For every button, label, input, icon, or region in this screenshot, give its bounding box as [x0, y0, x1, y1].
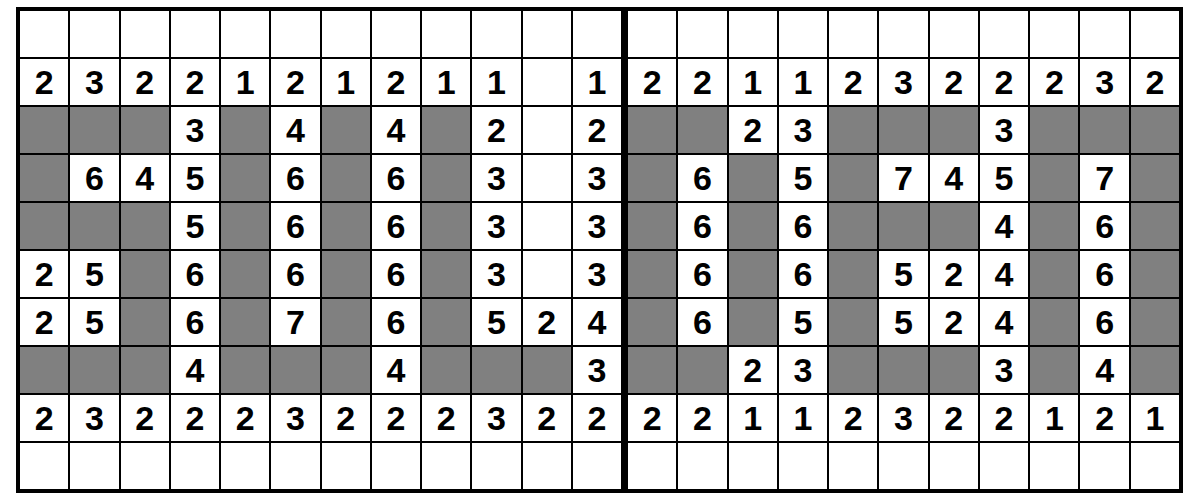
cell-r6c7-shaded[interactable] — [322, 251, 370, 297]
cell-r4c1-shaded[interactable] — [20, 155, 68, 201]
cell-r9c22-clue-2[interactable]: 2 — [1080, 395, 1128, 441]
section-divider-row5 — [623, 203, 626, 249]
cell-r10c10-empty[interactable] — [472, 443, 520, 489]
cell-r2c20-clue-2[interactable]: 2 — [980, 59, 1028, 105]
cell-r1c15-empty[interactable] — [729, 11, 777, 57]
cell-r3c10-clue-2[interactable]: 2 — [472, 107, 520, 153]
cell-r3c12-clue-2[interactable]: 2 — [573, 107, 621, 153]
cell-r5c5-shaded[interactable] — [221, 203, 269, 249]
cell-r2c13-clue-2[interactable]: 2 — [628, 59, 676, 105]
cell-r8c16-clue-3[interactable]: 3 — [779, 347, 827, 393]
cell-r9c14-clue-2[interactable]: 2 — [678, 395, 726, 441]
cell-r4c21-shaded[interactable] — [1030, 155, 1078, 201]
cell-r2c2-clue-3[interactable]: 3 — [70, 59, 118, 105]
cell-r2c15-clue-1[interactable]: 1 — [729, 59, 777, 105]
cell-r2c21-clue-2[interactable]: 2 — [1030, 59, 1078, 105]
cell-r9c23-clue-1[interactable]: 1 — [1131, 395, 1179, 441]
cell-r2c6-clue-2[interactable]: 2 — [271, 59, 319, 105]
cell-r3c13-shaded[interactable] — [628, 107, 676, 153]
cell-r10c9-empty[interactable] — [422, 443, 470, 489]
section-divider-row1 — [623, 11, 626, 57]
cell-r6c19-clue-2[interactable]: 2 — [930, 251, 978, 297]
cell-r1c7-empty[interactable] — [322, 11, 370, 57]
cell-r10c8-empty[interactable] — [372, 443, 420, 489]
cell-r5c22-clue-6[interactable]: 6 — [1080, 203, 1128, 249]
cell-r4c22-clue-7[interactable]: 7 — [1080, 155, 1128, 201]
cell-r5c17-shaded[interactable] — [829, 203, 877, 249]
cell-r5c15-shaded[interactable] — [729, 203, 777, 249]
cell-r10c22-empty[interactable] — [1080, 443, 1128, 489]
cell-r2c22-clue-3[interactable]: 3 — [1080, 59, 1128, 105]
cell-r8c8-clue-4[interactable]: 4 — [372, 347, 420, 393]
cell-r10c3-empty[interactable] — [121, 443, 169, 489]
cell-r2c11-empty[interactable] — [523, 59, 571, 105]
cell-r3c16-clue-3[interactable]: 3 — [779, 107, 827, 153]
cell-r4c6-clue-6[interactable]: 6 — [271, 155, 319, 201]
cell-r9c1-clue-2[interactable]: 2 — [20, 395, 68, 441]
cell-r1c16-empty[interactable] — [779, 11, 827, 57]
cell-r4c4-clue-5[interactable]: 5 — [171, 155, 219, 201]
cell-r4c2-clue-6[interactable]: 6 — [70, 155, 118, 201]
cell-r8c2-shaded[interactable] — [70, 347, 118, 393]
cell-r4c14-clue-6[interactable]: 6 — [678, 155, 726, 201]
cell-r9c7-clue-2[interactable]: 2 — [322, 395, 370, 441]
cell-r3c22-shaded[interactable] — [1080, 107, 1128, 153]
cell-r2c23-clue-2[interactable]: 2 — [1131, 59, 1179, 105]
cell-r8c17-shaded[interactable] — [829, 347, 877, 393]
cell-r6c17-shaded[interactable] — [829, 251, 877, 297]
cell-r4c9-shaded[interactable] — [422, 155, 470, 201]
cell-r8c11-shaded[interactable] — [523, 347, 571, 393]
cell-r6c14-clue-6[interactable]: 6 — [678, 251, 726, 297]
cell-r7c11-clue-2[interactable]: 2 — [523, 299, 571, 345]
cell-r10c5-empty[interactable] — [221, 443, 269, 489]
cell-r2c10-clue-1[interactable]: 1 — [472, 59, 520, 105]
cell-r4c11-empty[interactable] — [523, 155, 571, 201]
cell-r10c13-empty[interactable] — [628, 443, 676, 489]
cell-r8c20-clue-3[interactable]: 3 — [980, 347, 1028, 393]
cell-r1c11-empty[interactable] — [523, 11, 571, 57]
cell-r6c20-clue-4[interactable]: 4 — [980, 251, 1028, 297]
cell-r4c7-shaded[interactable] — [322, 155, 370, 201]
cell-r7c5-shaded[interactable] — [221, 299, 269, 345]
cell-r8c23-shaded[interactable] — [1131, 347, 1179, 393]
cell-r8c12-clue-3[interactable]: 3 — [573, 347, 621, 393]
cell-r3c3-shaded[interactable] — [121, 107, 169, 153]
cell-r4c19-clue-4[interactable]: 4 — [930, 155, 978, 201]
cell-r10c2-empty[interactable] — [70, 443, 118, 489]
cell-r5c7-shaded[interactable] — [322, 203, 370, 249]
cell-r4c18-clue-7[interactable]: 7 — [879, 155, 927, 201]
cell-r10c19-empty[interactable] — [930, 443, 978, 489]
cell-r8c9-shaded[interactable] — [422, 347, 470, 393]
cell-r10c23-empty[interactable] — [1131, 443, 1179, 489]
cell-r9c8-clue-2[interactable]: 2 — [372, 395, 420, 441]
cell-r7c4-clue-6[interactable]: 6 — [171, 299, 219, 345]
cell-r3c20-clue-3[interactable]: 3 — [980, 107, 1028, 153]
cell-r2c5-clue-1[interactable]: 1 — [221, 59, 269, 105]
cell-r9c12-clue-2[interactable]: 2 — [573, 395, 621, 441]
cell-r4c12-clue-3[interactable]: 3 — [573, 155, 621, 201]
cell-r8c4-clue-4[interactable]: 4 — [171, 347, 219, 393]
cell-r6c13-shaded[interactable] — [628, 251, 676, 297]
cell-r10c21-empty[interactable] — [1030, 443, 1078, 489]
cell-r9c10-clue-3[interactable]: 3 — [472, 395, 520, 441]
cell-r9c5-clue-2[interactable]: 2 — [221, 395, 269, 441]
cell-r8c14-shaded[interactable] — [678, 347, 726, 393]
cell-r7c3-shaded[interactable] — [121, 299, 169, 345]
cell-r2c7-clue-1[interactable]: 1 — [322, 59, 370, 105]
cell-r8c13-shaded[interactable] — [628, 347, 676, 393]
cell-r10c6-empty[interactable] — [271, 443, 319, 489]
cell-r1c8-empty[interactable] — [372, 11, 420, 57]
cell-r1c13-empty[interactable] — [628, 11, 676, 57]
cell-r10c17-empty[interactable] — [829, 443, 877, 489]
cell-r1c9-empty[interactable] — [422, 11, 470, 57]
cell-r2c12-clue-1[interactable]: 1 — [573, 59, 621, 105]
cell-r1c14-empty[interactable] — [678, 11, 726, 57]
cell-r3c2-shaded[interactable] — [70, 107, 118, 153]
cell-r10c16-empty[interactable] — [779, 443, 827, 489]
cell-r6c8-clue-6[interactable]: 6 — [372, 251, 420, 297]
cell-r7c8-clue-6[interactable]: 6 — [372, 299, 420, 345]
cell-r10c4-empty[interactable] — [171, 443, 219, 489]
cell-r10c20-empty[interactable] — [980, 443, 1028, 489]
cell-r7c9-shaded[interactable] — [422, 299, 470, 345]
cell-r5c20-clue-4[interactable]: 4 — [980, 203, 1028, 249]
cell-r6c15-shaded[interactable] — [729, 251, 777, 297]
cell-r6c23-shaded[interactable] — [1131, 251, 1179, 297]
cell-r1c21-empty[interactable] — [1030, 11, 1078, 57]
cell-r1c20-empty[interactable] — [980, 11, 1028, 57]
cell-r4c20-clue-5[interactable]: 5 — [980, 155, 1028, 201]
cell-r6c6-clue-6[interactable]: 6 — [271, 251, 319, 297]
cell-r6c1-clue-2[interactable]: 2 — [20, 251, 68, 297]
cell-r5c23-shaded[interactable] — [1131, 203, 1179, 249]
cell-r6c2-clue-5[interactable]: 5 — [70, 251, 118, 297]
cell-r2c8-clue-2[interactable]: 2 — [372, 59, 420, 105]
cell-r8c1-shaded[interactable] — [20, 347, 68, 393]
cell-r3c18-shaded[interactable] — [879, 107, 927, 153]
cell-r7c14-clue-6[interactable]: 6 — [678, 299, 726, 345]
cell-r4c10-clue-3[interactable]: 3 — [472, 155, 520, 201]
cell-r9c18-clue-3[interactable]: 3 — [879, 395, 927, 441]
cell-r8c18-shaded[interactable] — [879, 347, 927, 393]
cell-r6c3-shaded[interactable] — [121, 251, 169, 297]
cell-r8c6-shaded[interactable] — [271, 347, 319, 393]
cell-r1c4-empty[interactable] — [171, 11, 219, 57]
cell-r10c7-empty[interactable] — [322, 443, 370, 489]
section-divider-row7 — [623, 299, 626, 345]
cell-r7c1-clue-2[interactable]: 2 — [20, 299, 68, 345]
section-divider-row9 — [623, 395, 626, 441]
cell-r4c23-shaded[interactable] — [1131, 155, 1179, 201]
cell-r9c13-clue-2[interactable]: 2 — [628, 395, 676, 441]
cell-r9c11-clue-2[interactable]: 2 — [523, 395, 571, 441]
cell-r10c1-empty[interactable] — [20, 443, 68, 489]
cell-r4c15-shaded[interactable] — [729, 155, 777, 201]
cell-r8c22-clue-4[interactable]: 4 — [1080, 347, 1128, 393]
cell-r10c14-empty[interactable] — [678, 443, 726, 489]
cell-r5c21-shaded[interactable] — [1030, 203, 1078, 249]
cell-r1c19-empty[interactable] — [930, 11, 978, 57]
section-divider-row8 — [623, 347, 626, 393]
cell-r6c12-clue-3[interactable]: 3 — [573, 251, 621, 297]
cell-r7c15-shaded[interactable] — [729, 299, 777, 345]
cell-r7c20-clue-4[interactable]: 4 — [980, 299, 1028, 345]
cell-r7c22-clue-6[interactable]: 6 — [1080, 299, 1128, 345]
cell-r5c8-clue-6[interactable]: 6 — [372, 203, 420, 249]
section-divider-row4 — [623, 155, 626, 201]
cell-r10c11-empty[interactable] — [523, 443, 571, 489]
cell-r5c2-shaded[interactable] — [70, 203, 118, 249]
cell-r3c9-shaded[interactable] — [422, 107, 470, 153]
cell-r7c12-clue-4[interactable]: 4 — [573, 299, 621, 345]
cell-r3c15-clue-2[interactable]: 2 — [729, 107, 777, 153]
section-divider-row3 — [623, 107, 626, 153]
cell-r5c3-shaded[interactable] — [121, 203, 169, 249]
cell-r3c7-shaded[interactable] — [322, 107, 370, 153]
cell-r4c8-clue-6[interactable]: 6 — [372, 155, 420, 201]
cell-r5c10-clue-3[interactable]: 3 — [472, 203, 520, 249]
cell-r9c16-clue-1[interactable]: 1 — [779, 395, 827, 441]
cell-r6c5-shaded[interactable] — [221, 251, 269, 297]
cell-r1c12-empty[interactable] — [573, 11, 621, 57]
cell-r7c19-clue-2[interactable]: 2 — [930, 299, 978, 345]
cell-r6c11-empty[interactable] — [523, 251, 571, 297]
cell-r9c6-clue-3[interactable]: 3 — [271, 395, 319, 441]
cell-r2c9-clue-1[interactable]: 1 — [422, 59, 470, 105]
cell-r5c1-shaded[interactable] — [20, 203, 68, 249]
cell-r10c15-empty[interactable] — [729, 443, 777, 489]
puzzle-board: 2322121211122112322232344222336456633657… — [16, 7, 1183, 493]
cell-r9c20-clue-2[interactable]: 2 — [980, 395, 1028, 441]
cell-r3c19-shaded[interactable] — [930, 107, 978, 153]
cell-r10c18-empty[interactable] — [879, 443, 927, 489]
cell-r3c23-shaded[interactable] — [1131, 107, 1179, 153]
cell-r7c17-shaded[interactable] — [829, 299, 877, 345]
cell-r8c19-shaded[interactable] — [930, 347, 978, 393]
cell-r9c3-clue-2[interactable]: 2 — [121, 395, 169, 441]
cell-r2c16-clue-1[interactable]: 1 — [779, 59, 827, 105]
cell-r4c5-shaded[interactable] — [221, 155, 269, 201]
cell-r7c13-shaded[interactable] — [628, 299, 676, 345]
cell-r2c3-clue-2[interactable]: 2 — [121, 59, 169, 105]
cell-r9c4-clue-2[interactable]: 2 — [171, 395, 219, 441]
cell-r1c18-empty[interactable] — [879, 11, 927, 57]
cell-r5c13-shaded[interactable] — [628, 203, 676, 249]
cell-r6c18-clue-5[interactable]: 5 — [879, 251, 927, 297]
cell-r4c13-shaded[interactable] — [628, 155, 676, 201]
cell-r5c14-clue-6[interactable]: 6 — [678, 203, 726, 249]
cell-r2c1-clue-2[interactable]: 2 — [20, 59, 68, 105]
cell-r2c17-clue-2[interactable]: 2 — [829, 59, 877, 105]
cell-r2c4-clue-2[interactable]: 2 — [171, 59, 219, 105]
cell-r1c5-empty[interactable] — [221, 11, 269, 57]
cell-r9c2-clue-3[interactable]: 3 — [70, 395, 118, 441]
cell-r1c3-empty[interactable] — [121, 11, 169, 57]
cell-r5c18-shaded[interactable] — [879, 203, 927, 249]
section-divider-row10 — [623, 443, 626, 489]
cell-r10c12-empty[interactable] — [573, 443, 621, 489]
cell-r5c19-shaded[interactable] — [930, 203, 978, 249]
cell-r7c23-shaded[interactable] — [1131, 299, 1179, 345]
cell-r9c19-clue-2[interactable]: 2 — [930, 395, 978, 441]
cell-r6c22-clue-6[interactable]: 6 — [1080, 251, 1128, 297]
cell-r3c21-shaded[interactable] — [1030, 107, 1078, 153]
cell-r9c9-clue-2[interactable]: 2 — [422, 395, 470, 441]
cell-r8c7-shaded[interactable] — [322, 347, 370, 393]
cell-r5c16-clue-6[interactable]: 6 — [779, 203, 827, 249]
cell-r2c18-clue-3[interactable]: 3 — [879, 59, 927, 105]
cell-r3c17-shaded[interactable] — [829, 107, 877, 153]
cell-r3c11-empty[interactable] — [523, 107, 571, 153]
cell-r6c21-shaded[interactable] — [1030, 251, 1078, 297]
cell-r6c9-shaded[interactable] — [422, 251, 470, 297]
cell-r7c16-clue-5[interactable]: 5 — [779, 299, 827, 345]
cell-r5c11-empty[interactable] — [523, 203, 571, 249]
cell-r5c9-shaded[interactable] — [422, 203, 470, 249]
cell-r1c2-empty[interactable] — [70, 11, 118, 57]
cell-r8c10-shaded[interactable] — [472, 347, 520, 393]
cell-r8c21-shaded[interactable] — [1030, 347, 1078, 393]
cell-r9c17-clue-2[interactable]: 2 — [829, 395, 877, 441]
cell-r3c1-shaded[interactable] — [20, 107, 68, 153]
cell-r1c22-empty[interactable] — [1080, 11, 1128, 57]
cell-r7c21-shaded[interactable] — [1030, 299, 1078, 345]
cell-r8c15-clue-2[interactable]: 2 — [729, 347, 777, 393]
cell-r7c10-clue-5[interactable]: 5 — [472, 299, 520, 345]
cell-r1c1-empty[interactable] — [20, 11, 68, 57]
cell-r9c21-clue-1[interactable]: 1 — [1030, 395, 1078, 441]
cell-r3c5-shaded[interactable] — [221, 107, 269, 153]
cell-r3c4-clue-3[interactable]: 3 — [171, 107, 219, 153]
cell-r9c15-clue-1[interactable]: 1 — [729, 395, 777, 441]
cell-r8c5-shaded[interactable] — [221, 347, 269, 393]
cell-r4c17-shaded[interactable] — [829, 155, 877, 201]
cell-r7c18-clue-5[interactable]: 5 — [879, 299, 927, 345]
cell-r4c16-clue-5[interactable]: 5 — [779, 155, 827, 201]
cell-r1c23-empty[interactable] — [1131, 11, 1179, 57]
section-divider-row6 — [623, 251, 626, 297]
section-divider-row2 — [623, 59, 626, 105]
cell-r3c8-clue-4[interactable]: 4 — [372, 107, 420, 153]
cell-r3c6-clue-4[interactable]: 4 — [271, 107, 319, 153]
cell-r5c4-clue-5[interactable]: 5 — [171, 203, 219, 249]
cell-r1c10-empty[interactable] — [472, 11, 520, 57]
cell-r3c14-shaded[interactable] — [678, 107, 726, 153]
cell-r5c6-clue-6[interactable]: 6 — [271, 203, 319, 249]
cell-r6c16-clue-6[interactable]: 6 — [779, 251, 827, 297]
cell-r4c3-clue-4[interactable]: 4 — [121, 155, 169, 201]
cell-r2c19-clue-2[interactable]: 2 — [930, 59, 978, 105]
cell-r1c17-empty[interactable] — [829, 11, 877, 57]
cell-r7c7-shaded[interactable] — [322, 299, 370, 345]
cell-r2c14-clue-2[interactable]: 2 — [678, 59, 726, 105]
cell-r5c12-clue-3[interactable]: 3 — [573, 203, 621, 249]
cell-r1c6-empty[interactable] — [271, 11, 319, 57]
cell-r8c3-shaded[interactable] — [121, 347, 169, 393]
cell-r6c10-clue-3[interactable]: 3 — [472, 251, 520, 297]
cell-r6c4-clue-6[interactable]: 6 — [171, 251, 219, 297]
cell-r7c2-clue-5[interactable]: 5 — [70, 299, 118, 345]
cell-r7c6-clue-7[interactable]: 7 — [271, 299, 319, 345]
